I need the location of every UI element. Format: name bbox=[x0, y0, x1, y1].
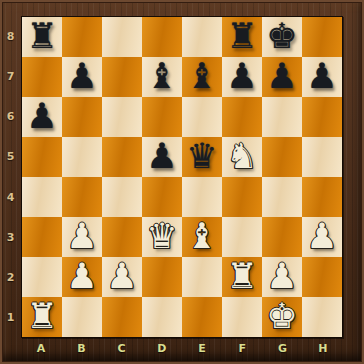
square-c6[interactable] bbox=[102, 97, 142, 137]
piece-black-pawn-b7: ♟ bbox=[66, 56, 97, 96]
square-f7[interactable]: ♟ bbox=[222, 57, 262, 97]
square-e3[interactable]: ♝ bbox=[182, 217, 222, 257]
piece-black-bishop-e7: ♝ bbox=[186, 56, 217, 96]
piece-black-pawn-g7: ♟ bbox=[266, 56, 297, 96]
square-b8[interactable] bbox=[62, 17, 102, 57]
rank-label-7: 7 bbox=[0, 56, 21, 96]
rank-labels: 87654321 bbox=[0, 16, 21, 338]
square-b3[interactable]: ♟ bbox=[62, 217, 102, 257]
square-a8[interactable]: ♜ bbox=[22, 17, 62, 57]
rank-label-2: 2 bbox=[0, 258, 21, 298]
piece-white-bishop-e3: ♝ bbox=[186, 216, 217, 256]
piece-black-pawn-d5: ♟ bbox=[146, 136, 177, 176]
chess-board: ♜♜♚♟♝♝♟♟♟♟♟♛♞♟♛♝♟♟♟♜♟♜♚ bbox=[21, 16, 343, 338]
file-label-e: E bbox=[182, 339, 222, 357]
piece-black-rook-f8: ♜ bbox=[226, 16, 257, 56]
file-label-d: D bbox=[142, 339, 182, 357]
square-a3[interactable] bbox=[22, 217, 62, 257]
square-h7[interactable]: ♟ bbox=[302, 57, 342, 97]
square-h8[interactable] bbox=[302, 17, 342, 57]
square-h4[interactable] bbox=[302, 177, 342, 217]
square-d1[interactable] bbox=[142, 297, 182, 337]
piece-black-pawn-f7: ♟ bbox=[226, 56, 257, 96]
square-g8[interactable]: ♚ bbox=[262, 17, 302, 57]
file-label-c: C bbox=[102, 339, 142, 357]
square-f8[interactable]: ♜ bbox=[222, 17, 262, 57]
piece-white-pawn-b2: ♟ bbox=[66, 256, 97, 296]
square-h1[interactable] bbox=[302, 297, 342, 337]
square-c8[interactable] bbox=[102, 17, 142, 57]
file-label-a: A bbox=[21, 339, 61, 357]
piece-black-bishop-d7: ♝ bbox=[146, 56, 177, 96]
piece-black-king-g8: ♚ bbox=[266, 16, 297, 56]
file-label-b: B bbox=[61, 339, 101, 357]
rank-label-4: 4 bbox=[0, 177, 21, 217]
piece-black-rook-a8: ♜ bbox=[26, 16, 57, 56]
piece-black-pawn-a6: ♟ bbox=[26, 96, 57, 136]
square-g5[interactable] bbox=[262, 137, 302, 177]
square-g3[interactable] bbox=[262, 217, 302, 257]
square-d6[interactable] bbox=[142, 97, 182, 137]
square-g1[interactable]: ♚ bbox=[262, 297, 302, 337]
square-d8[interactable] bbox=[142, 17, 182, 57]
square-a7[interactable] bbox=[22, 57, 62, 97]
square-f4[interactable] bbox=[222, 177, 262, 217]
square-c3[interactable] bbox=[102, 217, 142, 257]
file-label-g: G bbox=[263, 339, 303, 357]
square-b7[interactable]: ♟ bbox=[62, 57, 102, 97]
square-h3[interactable]: ♟ bbox=[302, 217, 342, 257]
rank-label-3: 3 bbox=[0, 217, 21, 257]
square-g7[interactable]: ♟ bbox=[262, 57, 302, 97]
square-a2[interactable] bbox=[22, 257, 62, 297]
square-d5[interactable]: ♟ bbox=[142, 137, 182, 177]
square-f1[interactable] bbox=[222, 297, 262, 337]
piece-white-pawn-g2: ♟ bbox=[266, 256, 297, 296]
square-f5[interactable]: ♞ bbox=[222, 137, 262, 177]
square-h5[interactable] bbox=[302, 137, 342, 177]
square-a6[interactable]: ♟ bbox=[22, 97, 62, 137]
piece-white-rook-f2: ♜ bbox=[226, 256, 257, 296]
rank-label-6: 6 bbox=[0, 97, 21, 137]
square-f6[interactable] bbox=[222, 97, 262, 137]
square-c2[interactable]: ♟ bbox=[102, 257, 142, 297]
square-g2[interactable]: ♟ bbox=[262, 257, 302, 297]
square-a4[interactable] bbox=[22, 177, 62, 217]
piece-white-pawn-b3: ♟ bbox=[66, 216, 97, 256]
chessboard-frame: 87654321 ABCDEFGH ♜♜♚♟♝♝♟♟♟♟♟♛♞♟♛♝♟♟♟♜♟♜… bbox=[0, 0, 364, 364]
piece-white-rook-a1: ♜ bbox=[26, 296, 57, 336]
rank-label-1: 1 bbox=[0, 298, 21, 338]
piece-white-pawn-h3: ♟ bbox=[306, 216, 337, 256]
rank-label-8: 8 bbox=[0, 16, 21, 56]
square-h6[interactable] bbox=[302, 97, 342, 137]
square-e7[interactable]: ♝ bbox=[182, 57, 222, 97]
square-e5[interactable]: ♛ bbox=[182, 137, 222, 177]
square-b6[interactable] bbox=[62, 97, 102, 137]
square-d3[interactable]: ♛ bbox=[142, 217, 182, 257]
rank-label-5: 5 bbox=[0, 137, 21, 177]
square-d4[interactable] bbox=[142, 177, 182, 217]
square-e6[interactable] bbox=[182, 97, 222, 137]
piece-white-king-g1: ♚ bbox=[266, 296, 297, 336]
piece-white-pawn-c2: ♟ bbox=[106, 256, 137, 296]
square-d7[interactable]: ♝ bbox=[142, 57, 182, 97]
piece-black-queen-e5: ♛ bbox=[186, 136, 217, 176]
square-c5[interactable] bbox=[102, 137, 142, 177]
square-d2[interactable] bbox=[142, 257, 182, 297]
square-b2[interactable]: ♟ bbox=[62, 257, 102, 297]
square-a5[interactable] bbox=[22, 137, 62, 177]
square-e1[interactable] bbox=[182, 297, 222, 337]
square-c4[interactable] bbox=[102, 177, 142, 217]
square-e2[interactable] bbox=[182, 257, 222, 297]
square-e4[interactable] bbox=[182, 177, 222, 217]
square-b4[interactable] bbox=[62, 177, 102, 217]
square-h2[interactable] bbox=[302, 257, 342, 297]
file-label-h: H bbox=[303, 339, 343, 357]
square-g6[interactable] bbox=[262, 97, 302, 137]
square-b1[interactable] bbox=[62, 297, 102, 337]
square-b5[interactable] bbox=[62, 137, 102, 177]
square-a1[interactable]: ♜ bbox=[22, 297, 62, 337]
square-f2[interactable]: ♜ bbox=[222, 257, 262, 297]
square-g4[interactable] bbox=[262, 177, 302, 217]
piece-white-knight-f5: ♞ bbox=[226, 136, 257, 176]
square-c1[interactable] bbox=[102, 297, 142, 337]
square-c7[interactable] bbox=[102, 57, 142, 97]
file-labels: ABCDEFGH bbox=[21, 339, 343, 357]
piece-white-queen-d3: ♛ bbox=[146, 216, 177, 256]
square-f3[interactable] bbox=[222, 217, 262, 257]
piece-black-pawn-h7: ♟ bbox=[306, 56, 337, 96]
square-e8[interactable] bbox=[182, 17, 222, 57]
file-label-f: F bbox=[222, 339, 262, 357]
